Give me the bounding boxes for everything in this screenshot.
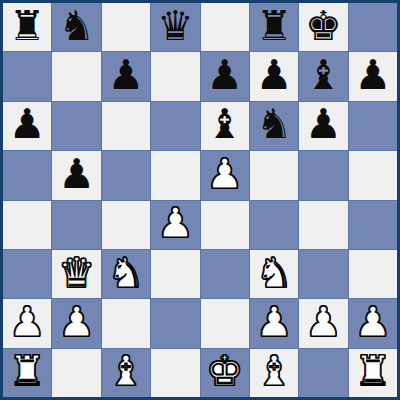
square-a3[interactable] — [3, 250, 51, 298]
square-d2[interactable] — [151, 299, 199, 347]
square-e1[interactable]: ♚ — [201, 349, 249, 397]
square-b6[interactable] — [52, 102, 100, 150]
piece-black-pawn: ♟ — [256, 55, 293, 96]
square-g2[interactable]: ♟ — [299, 299, 347, 347]
piece-white-knight: ♞ — [256, 253, 293, 294]
square-e2[interactable] — [201, 299, 249, 347]
piece-white-pawn: ♟ — [9, 302, 46, 343]
square-c3[interactable]: ♞ — [102, 250, 150, 298]
piece-black-knight: ♞ — [58, 6, 95, 47]
square-c7[interactable]: ♟ — [102, 52, 150, 100]
square-h1[interactable]: ♜ — [349, 349, 397, 397]
square-b2[interactable]: ♟ — [52, 299, 100, 347]
chess-board: ♜♞♛♜♚♟♟♟♝♟♟♝♞♟♟♟♟♛♞♞♟♟♟♟♟♜♝♚♝♜ — [3, 3, 397, 397]
square-d6[interactable] — [151, 102, 199, 150]
square-c8[interactable] — [102, 3, 150, 51]
piece-black-knight: ♞ — [256, 104, 293, 145]
square-g3[interactable] — [299, 250, 347, 298]
square-b5[interactable]: ♟ — [52, 151, 100, 199]
square-e5[interactable]: ♟ — [201, 151, 249, 199]
piece-black-king: ♚ — [305, 6, 342, 47]
square-a4[interactable] — [3, 201, 51, 249]
square-h2[interactable]: ♟ — [349, 299, 397, 347]
square-g6[interactable]: ♟ — [299, 102, 347, 150]
square-h3[interactable] — [349, 250, 397, 298]
piece-white-bishop: ♝ — [256, 351, 293, 392]
piece-black-pawn: ♟ — [305, 104, 342, 145]
square-a5[interactable] — [3, 151, 51, 199]
piece-black-pawn: ♟ — [9, 104, 46, 145]
piece-white-bishop: ♝ — [108, 351, 145, 392]
square-b8[interactable]: ♞ — [52, 3, 100, 51]
square-c5[interactable] — [102, 151, 150, 199]
square-f1[interactable]: ♝ — [250, 349, 298, 397]
square-f8[interactable]: ♜ — [250, 3, 298, 51]
square-e6[interactable]: ♝ — [201, 102, 249, 150]
square-h4[interactable] — [349, 201, 397, 249]
square-a7[interactable] — [3, 52, 51, 100]
square-d4[interactable]: ♟ — [151, 201, 199, 249]
square-d3[interactable] — [151, 250, 199, 298]
piece-black-pawn: ♟ — [58, 154, 95, 195]
square-a6[interactable]: ♟ — [3, 102, 51, 150]
piece-white-pawn: ♟ — [58, 302, 95, 343]
square-f2[interactable]: ♟ — [250, 299, 298, 347]
square-b4[interactable] — [52, 201, 100, 249]
square-h8[interactable] — [349, 3, 397, 51]
piece-white-queen: ♛ — [58, 253, 95, 294]
square-g8[interactable]: ♚ — [299, 3, 347, 51]
piece-black-pawn: ♟ — [108, 55, 145, 96]
piece-black-bishop: ♝ — [305, 55, 342, 96]
square-f3[interactable]: ♞ — [250, 250, 298, 298]
piece-white-pawn: ♟ — [256, 302, 293, 343]
square-b3[interactable]: ♛ — [52, 250, 100, 298]
square-e8[interactable] — [201, 3, 249, 51]
piece-black-bishop: ♝ — [206, 104, 243, 145]
piece-white-pawn: ♟ — [206, 154, 243, 195]
piece-white-pawn: ♟ — [354, 302, 391, 343]
piece-black-pawn: ♟ — [354, 55, 391, 96]
piece-black-pawn: ♟ — [206, 55, 243, 96]
square-d7[interactable] — [151, 52, 199, 100]
square-h6[interactable] — [349, 102, 397, 150]
square-d1[interactable] — [151, 349, 199, 397]
square-h5[interactable] — [349, 151, 397, 199]
square-a1[interactable]: ♜ — [3, 349, 51, 397]
square-c1[interactable]: ♝ — [102, 349, 150, 397]
square-g5[interactable] — [299, 151, 347, 199]
square-f6[interactable]: ♞ — [250, 102, 298, 150]
chess-board-frame: ♜♞♛♜♚♟♟♟♝♟♟♝♞♟♟♟♟♛♞♞♟♟♟♟♟♜♝♚♝♜ — [0, 0, 400, 400]
square-g4[interactable] — [299, 201, 347, 249]
square-c6[interactable] — [102, 102, 150, 150]
square-f5[interactable] — [250, 151, 298, 199]
square-a2[interactable]: ♟ — [3, 299, 51, 347]
square-b7[interactable] — [52, 52, 100, 100]
square-e3[interactable] — [201, 250, 249, 298]
piece-white-rook: ♜ — [354, 351, 391, 392]
square-c2[interactable] — [102, 299, 150, 347]
square-d8[interactable]: ♛ — [151, 3, 199, 51]
piece-white-rook: ♜ — [9, 351, 46, 392]
square-g7[interactable]: ♝ — [299, 52, 347, 100]
piece-white-pawn: ♟ — [305, 302, 342, 343]
piece-black-queen: ♛ — [157, 6, 194, 47]
square-g1[interactable] — [299, 349, 347, 397]
square-b1[interactable] — [52, 349, 100, 397]
square-a8[interactable]: ♜ — [3, 3, 51, 51]
square-e4[interactable] — [201, 201, 249, 249]
square-f7[interactable]: ♟ — [250, 52, 298, 100]
piece-black-rook: ♜ — [9, 6, 46, 47]
piece-white-knight: ♞ — [108, 253, 145, 294]
piece-white-king: ♚ — [206, 351, 243, 392]
square-f4[interactable] — [250, 201, 298, 249]
piece-black-rook: ♜ — [256, 6, 293, 47]
square-h7[interactable]: ♟ — [349, 52, 397, 100]
piece-white-pawn: ♟ — [157, 203, 194, 244]
square-e7[interactable]: ♟ — [201, 52, 249, 100]
square-d5[interactable] — [151, 151, 199, 199]
square-c4[interactable] — [102, 201, 150, 249]
